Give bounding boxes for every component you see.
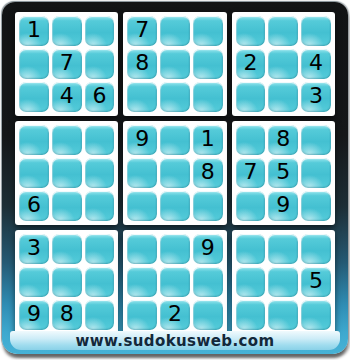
cell-r4c7[interactable] — [236, 125, 266, 155]
cell-r2c4[interactable]: 8 — [127, 49, 157, 79]
sudoku-board: 17467824369188759398925 — [15, 12, 335, 334]
cell-r7c7[interactable] — [236, 234, 266, 264]
cell-r1c5[interactable] — [160, 16, 190, 46]
cell-r8c8[interactable] — [268, 267, 298, 297]
cell-r1c8[interactable] — [268, 16, 298, 46]
box-r1c2: 78 — [123, 12, 226, 116]
cell-r1c6[interactable] — [193, 16, 223, 46]
cell-r7c9[interactable] — [301, 234, 331, 264]
cell-r2c8[interactable] — [268, 49, 298, 79]
cell-r2c5[interactable] — [160, 49, 190, 79]
cell-r2c2[interactable]: 7 — [52, 49, 82, 79]
cell-r3c9[interactable]: 3 — [301, 82, 331, 112]
cell-r4c1[interactable] — [19, 125, 49, 155]
cell-r7c6[interactable]: 9 — [193, 234, 223, 264]
cell-r5c6[interactable]: 8 — [193, 158, 223, 188]
given-digit: 5 — [309, 270, 323, 292]
cell-r5c4[interactable] — [127, 158, 157, 188]
cell-r3c5[interactable] — [160, 82, 190, 112]
cell-r6c8[interactable]: 9 — [268, 191, 298, 221]
cell-r5c5[interactable] — [160, 158, 190, 188]
cell-r7c3[interactable] — [85, 234, 115, 264]
cell-r5c3[interactable] — [85, 158, 115, 188]
board-frame: 17467824369188759398925 www.sudokusweb.c… — [2, 2, 348, 354]
cell-r1c1[interactable]: 1 — [19, 16, 49, 46]
box-r1c1: 1746 — [15, 12, 118, 116]
cell-r6c3[interactable] — [85, 191, 115, 221]
cell-r3c7[interactable] — [236, 82, 266, 112]
cell-r1c9[interactable] — [301, 16, 331, 46]
cell-r7c8[interactable] — [268, 234, 298, 264]
cell-r9c3[interactable] — [85, 300, 115, 330]
given-digit: 2 — [168, 303, 182, 325]
cell-r6c6[interactable] — [193, 191, 223, 221]
given-digit: 9 — [135, 128, 149, 150]
cell-r9c8[interactable] — [268, 300, 298, 330]
cell-r3c4[interactable] — [127, 82, 157, 112]
cell-r1c7[interactable] — [236, 16, 266, 46]
given-digit: 5 — [276, 161, 290, 183]
given-digit: 6 — [92, 85, 106, 107]
box-r2c3: 8759 — [232, 121, 335, 225]
given-digit: 8 — [276, 128, 290, 150]
cell-r2c7[interactable]: 2 — [236, 49, 266, 79]
cell-r1c4[interactable]: 7 — [127, 16, 157, 46]
cell-r2c6[interactable] — [193, 49, 223, 79]
cell-r5c1[interactable] — [19, 158, 49, 188]
cell-r3c3[interactable]: 6 — [85, 82, 115, 112]
cell-r9c2[interactable]: 8 — [52, 300, 82, 330]
given-digit: 9 — [276, 194, 290, 216]
box-r3c3: 5 — [232, 230, 335, 334]
cell-r4c5[interactable] — [160, 125, 190, 155]
given-digit: 8 — [201, 161, 215, 183]
cell-r4c3[interactable] — [85, 125, 115, 155]
cell-r9c4[interactable] — [127, 300, 157, 330]
cell-r1c3[interactable] — [85, 16, 115, 46]
cell-r7c1[interactable]: 3 — [19, 234, 49, 264]
given-digit: 1 — [27, 19, 41, 41]
cell-r2c3[interactable] — [85, 49, 115, 79]
cell-r9c5[interactable]: 2 — [160, 300, 190, 330]
cell-r8c9[interactable]: 5 — [301, 267, 331, 297]
cell-r8c7[interactable] — [236, 267, 266, 297]
cell-r8c5[interactable] — [160, 267, 190, 297]
given-digit: 8 — [60, 303, 74, 325]
given-digit: 3 — [309, 85, 323, 107]
cell-r4c6[interactable]: 1 — [193, 125, 223, 155]
given-digit: 8 — [135, 52, 149, 74]
given-digit: 4 — [309, 52, 323, 74]
cell-r9c6[interactable] — [193, 300, 223, 330]
cell-r5c2[interactable] — [52, 158, 82, 188]
given-digit: 7 — [135, 19, 149, 41]
site-url[interactable]: www.sudokusweb.com — [75, 332, 274, 350]
cell-r3c8[interactable] — [268, 82, 298, 112]
cell-r9c9[interactable] — [301, 300, 331, 330]
cell-r9c7[interactable] — [236, 300, 266, 330]
cell-r7c4[interactable] — [127, 234, 157, 264]
cell-r8c6[interactable] — [193, 267, 223, 297]
given-digit: 9 — [27, 303, 41, 325]
given-digit: 9 — [201, 237, 215, 259]
cell-r3c6[interactable] — [193, 82, 223, 112]
box-r3c1: 398 — [15, 230, 118, 334]
cell-r5c9[interactable] — [301, 158, 331, 188]
cell-r7c5[interactable] — [160, 234, 190, 264]
cell-r8c1[interactable] — [19, 267, 49, 297]
box-r2c2: 918 — [123, 121, 226, 225]
cell-r5c7[interactable]: 7 — [236, 158, 266, 188]
given-digit: 7 — [60, 52, 74, 74]
given-digit: 7 — [244, 161, 258, 183]
cell-r1c2[interactable] — [52, 16, 82, 46]
cell-r4c8[interactable]: 8 — [268, 125, 298, 155]
cell-r8c2[interactable] — [52, 267, 82, 297]
given-digit: 1 — [201, 128, 215, 150]
cell-r7c2[interactable] — [52, 234, 82, 264]
given-digit: 2 — [244, 52, 258, 74]
cell-r3c2[interactable]: 4 — [52, 82, 82, 112]
given-digit: 3 — [27, 237, 41, 259]
cell-r4c2[interactable] — [52, 125, 82, 155]
cell-r9c1[interactable]: 9 — [19, 300, 49, 330]
cell-r6c4[interactable] — [127, 191, 157, 221]
cell-r6c5[interactable] — [160, 191, 190, 221]
cell-r4c9[interactable] — [301, 125, 331, 155]
cell-r6c9[interactable] — [301, 191, 331, 221]
cell-r6c1[interactable]: 6 — [19, 191, 49, 221]
box-r3c2: 92 — [123, 230, 226, 334]
cell-r5c8[interactable]: 5 — [268, 158, 298, 188]
box-r2c1: 6 — [15, 121, 118, 225]
given-digit: 4 — [60, 85, 74, 107]
footer: www.sudokusweb.com — [10, 331, 340, 350]
given-digit: 6 — [27, 194, 41, 216]
cell-r8c4[interactable] — [127, 267, 157, 297]
cell-r4c4[interactable]: 9 — [127, 125, 157, 155]
cell-r6c2[interactable] — [52, 191, 82, 221]
cell-r3c1[interactable] — [19, 82, 49, 112]
cell-r2c9[interactable]: 4 — [301, 49, 331, 79]
cell-r8c3[interactable] — [85, 267, 115, 297]
box-r1c3: 243 — [232, 12, 335, 116]
cell-r6c7[interactable] — [236, 191, 266, 221]
cell-r2c1[interactable] — [19, 49, 49, 79]
